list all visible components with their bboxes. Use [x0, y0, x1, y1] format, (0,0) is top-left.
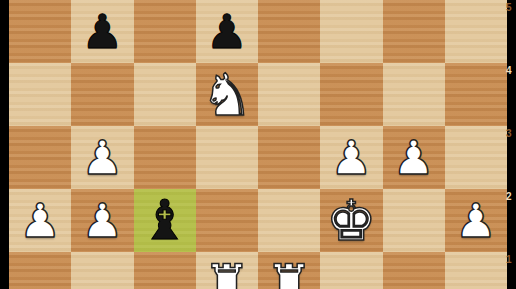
square-b5[interactable]: ♟ [71, 0, 133, 63]
piece-black-bishop[interactable]: ♝ [134, 189, 196, 252]
square-e2[interactable] [258, 189, 320, 252]
square-e5[interactable] [258, 0, 320, 63]
square-f1[interactable] [320, 252, 382, 289]
rank-label-4: 4 [506, 65, 516, 76]
square-b2[interactable]: ♟ [71, 189, 133, 252]
piece-white-pawn[interactable]: ♟ [383, 126, 445, 189]
square-d3[interactable] [196, 126, 258, 189]
rank-label-1: 1 [506, 254, 516, 265]
square-b1[interactable] [71, 252, 133, 289]
square-e1[interactable]: ♜ [258, 252, 320, 289]
square-h1[interactable] [445, 252, 507, 289]
square-g2[interactable] [383, 189, 445, 252]
square-c3[interactable] [134, 126, 196, 189]
square-c5[interactable] [134, 0, 196, 63]
chess-board-grid: ♟♟♞♟♟♟♟♟♝♚♟♜♜ [9, 0, 507, 289]
square-f5[interactable] [320, 0, 382, 63]
letterbox-bar-left [0, 0, 9, 289]
square-a3[interactable] [9, 126, 71, 189]
square-c1[interactable] [134, 252, 196, 289]
square-f2[interactable]: ♚ [320, 189, 382, 252]
square-h3[interactable] [445, 126, 507, 189]
square-h4[interactable] [445, 63, 507, 126]
square-c2[interactable]: ♝ [134, 189, 196, 252]
square-d2[interactable] [196, 189, 258, 252]
rank-label-2: 2 [506, 191, 516, 202]
square-a2[interactable]: ♟ [9, 189, 71, 252]
square-a4[interactable] [9, 63, 71, 126]
square-f4[interactable] [320, 63, 382, 126]
piece-white-pawn[interactable]: ♟ [71, 126, 133, 189]
piece-black-pawn[interactable]: ♟ [196, 0, 258, 63]
square-h5[interactable] [445, 0, 507, 63]
square-g1[interactable] [383, 252, 445, 289]
piece-white-pawn[interactable]: ♟ [445, 189, 507, 252]
square-a1[interactable] [9, 252, 71, 289]
square-d5[interactable]: ♟ [196, 0, 258, 63]
chess-board: ♟♟♞♟♟♟♟♟♝♚♟♜♜ [9, 0, 507, 289]
square-e4[interactable] [258, 63, 320, 126]
square-h2[interactable]: ♟ [445, 189, 507, 252]
piece-white-pawn[interactable]: ♟ [9, 189, 71, 252]
square-g5[interactable] [383, 0, 445, 63]
rank-label-5: 5 [506, 2, 516, 13]
piece-white-pawn[interactable]: ♟ [320, 126, 382, 189]
square-b3[interactable]: ♟ [71, 126, 133, 189]
square-b4[interactable] [71, 63, 133, 126]
square-c4[interactable] [134, 63, 196, 126]
piece-white-king[interactable]: ♚ [320, 189, 382, 252]
rank-label-3: 3 [506, 128, 516, 139]
rank-coordinates: 54321 [504, 0, 516, 289]
square-d1[interactable]: ♜ [196, 252, 258, 289]
square-g4[interactable] [383, 63, 445, 126]
piece-white-pawn[interactable]: ♟ [71, 189, 133, 252]
piece-black-pawn[interactable]: ♟ [71, 0, 133, 63]
square-f3[interactable]: ♟ [320, 126, 382, 189]
piece-white-rook[interactable]: ♜ [196, 252, 258, 289]
video-frame: ♟♟♞♟♟♟♟♟♝♚♟♜♜ 54321 [0, 0, 516, 289]
square-a5[interactable] [9, 0, 71, 63]
square-d4[interactable]: ♞ [196, 63, 258, 126]
square-e3[interactable] [258, 126, 320, 189]
piece-white-knight[interactable]: ♞ [196, 63, 258, 126]
square-g3[interactable]: ♟ [383, 126, 445, 189]
piece-white-rook[interactable]: ♜ [258, 252, 320, 289]
